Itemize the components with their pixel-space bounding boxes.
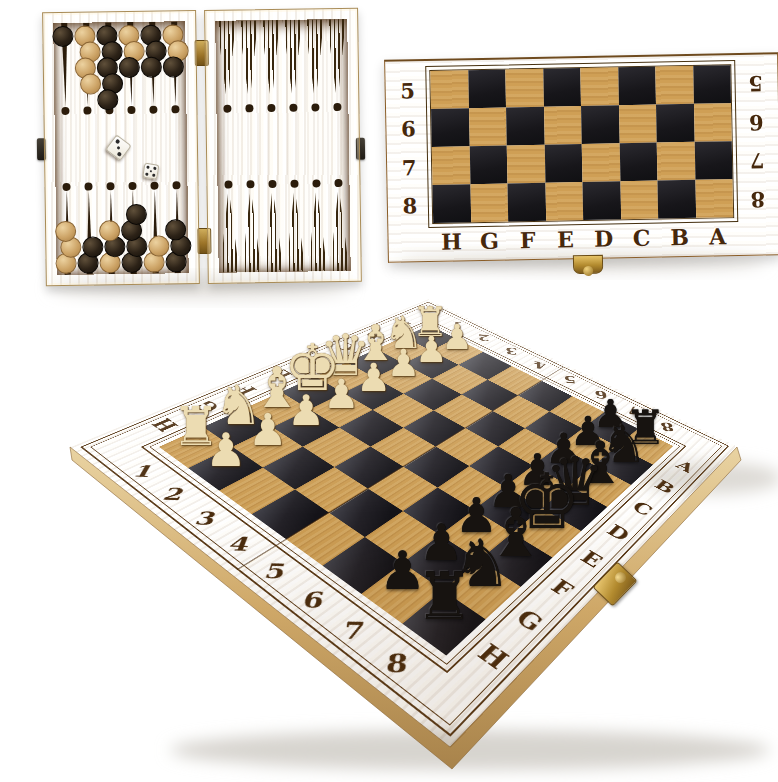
point-tip-dot [171,105,179,113]
die[interactable] [142,163,159,180]
closed-square-a8[interactable] [695,179,733,218]
closed-chess-box: 5678 5678 HGFEDCBA [384,52,778,263]
piece-white-p-d2[interactable]: ♟ [356,359,391,398]
point-tip-dot [289,104,297,112]
closed-square-a5[interactable] [693,65,731,104]
rank-label-7: 7 [735,141,778,180]
die-pip [115,139,120,144]
closed-square-b8[interactable] [657,180,695,219]
backgammon-point[interactable] [283,184,306,272]
closed-square-d8[interactable] [582,181,620,220]
closed-board-file-labels: HGFEDCBA [432,219,737,259]
closed-board-grid [429,64,734,224]
backgammon-leaf-left [42,10,200,286]
closed-square-f7[interactable] [507,145,545,184]
point-tip-dot [172,181,180,189]
backgammon-point[interactable] [218,184,241,272]
closed-square-g8[interactable] [470,183,508,222]
point-tip-dot [150,182,158,190]
closed-square-f5[interactable] [505,69,543,108]
backgammon-point[interactable] [239,184,262,272]
closed-square-a6[interactable] [693,103,731,142]
point-triangle [303,19,326,107]
closed-square-d6[interactable] [581,105,619,144]
backgammon-point[interactable] [261,184,284,272]
closed-square-h8[interactable] [432,184,470,223]
point-triangle [239,184,262,272]
file-label-g: G [470,223,509,258]
closed-square-e6[interactable] [544,106,582,145]
point-tip-dot [84,183,92,191]
brass-clasp-icon [573,255,603,275]
file-label-h: H [432,224,471,259]
backgammon-point[interactable] [325,19,348,107]
closed-board-frame [425,60,738,228]
closed-square-b6[interactable] [656,104,694,143]
point-tip-dot [246,180,254,188]
die-pip [146,166,149,169]
checker-dark[interactable] [52,26,73,47]
rank-label-6: 6 [386,109,431,148]
rank-label-5: 5 [385,71,430,110]
point-triangle [218,184,241,272]
point-tip-dot [83,107,91,115]
file-label-d: D [584,221,623,256]
point-triangle [259,20,282,108]
closed-square-f6[interactable] [506,107,544,146]
closed-square-d5[interactable] [580,67,618,106]
point-triangle [327,183,350,271]
file-label-e: E [546,222,585,257]
point-tip-dot [128,182,136,190]
rank-label-8: 8 [388,186,433,225]
point-triangle [281,20,304,108]
die-pip [117,151,122,156]
checker-dark[interactable] [141,57,162,78]
piece-white-p-c2[interactable]: ♟ [387,345,421,382]
rank-label-8: 8 [735,180,778,219]
die-pip [152,173,155,176]
die-pip [153,167,156,170]
point-tip-dot [245,104,253,112]
point-tip-dot [106,182,114,190]
point-tip-dot [62,183,70,191]
backgammon-point[interactable] [327,183,350,271]
closed-square-h7[interactable] [432,146,470,185]
piece-black-r-h8[interactable]: ♜ [415,564,473,629]
backgammon-open-box [42,8,360,290]
file-label-b: B [660,220,699,255]
closed-square-e8[interactable] [545,182,583,221]
point-tip-dot [312,179,320,187]
product-photo-3in1-game-set: { "game": "3-in-1 wooden folding board g… [0,0,778,782]
closed-square-b5[interactable] [655,66,693,105]
closed-square-g7[interactable] [469,145,507,184]
closed-square-a7[interactable] [694,141,732,180]
checker-dark[interactable] [97,89,118,110]
rank-label-6: 6 [734,103,778,142]
point-tip-dot [290,180,298,188]
point-triangle [237,20,260,108]
backgammon-point[interactable] [215,20,238,108]
file-label-a: A [698,219,737,254]
file-label-c: C [622,221,661,256]
closed-square-c8[interactable] [620,181,658,220]
point-tip-dot [268,180,276,188]
die-pip [145,172,148,175]
backgammon-point[interactable] [305,183,328,271]
point-tip-dot [149,106,157,114]
backgammon-point[interactable] [281,20,304,108]
closed-square-g5[interactable] [468,69,506,108]
closed-square-h6[interactable] [431,108,469,147]
point-tip-dot [334,179,342,187]
closed-square-b7[interactable] [657,142,695,181]
piece-white-p-h2[interactable]: ♟ [205,427,246,473]
piece-white-p-f2[interactable]: ♟ [287,390,325,432]
die-pip [116,145,121,150]
piece-white-p-g2[interactable]: ♟ [248,408,288,452]
point-tip-dot [127,106,135,114]
die-pip [149,170,152,173]
backgammon-point[interactable] [303,19,326,107]
closed-square-c5[interactable] [618,67,656,106]
backgammon-point[interactable] [237,20,260,108]
backgammon-point[interactable] [259,20,282,108]
piece-white-p-e2[interactable]: ♟ [323,374,359,414]
file-label-f: F [508,223,547,258]
closed-square-c7[interactable] [619,143,657,182]
rank-label-7: 7 [387,148,432,187]
point-triangle [215,20,238,108]
backgammon-leaf-right [204,8,362,284]
closed-square-c6[interactable] [619,105,657,144]
closed-square-d7[interactable] [582,143,620,182]
point-tip-dot [267,104,275,112]
point-triangle [305,183,328,271]
point-tip-dot [61,107,69,115]
rank-label-5: 5 [733,64,778,103]
closed-board-rank-labels-right: 5678 [733,64,778,219]
closed-square-h5[interactable] [430,70,468,109]
point-tip-dot [223,105,231,113]
point-tip-dot [224,181,232,189]
closed-square-g6[interactable] [469,107,507,146]
point-triangle [283,184,306,272]
point-tip-dot [333,103,341,111]
closed-square-e7[interactable] [544,144,582,183]
closed-square-f8[interactable] [507,183,545,222]
point-triangle [261,184,284,272]
closed-square-e5[interactable] [543,68,581,107]
point-triangle [325,19,348,107]
